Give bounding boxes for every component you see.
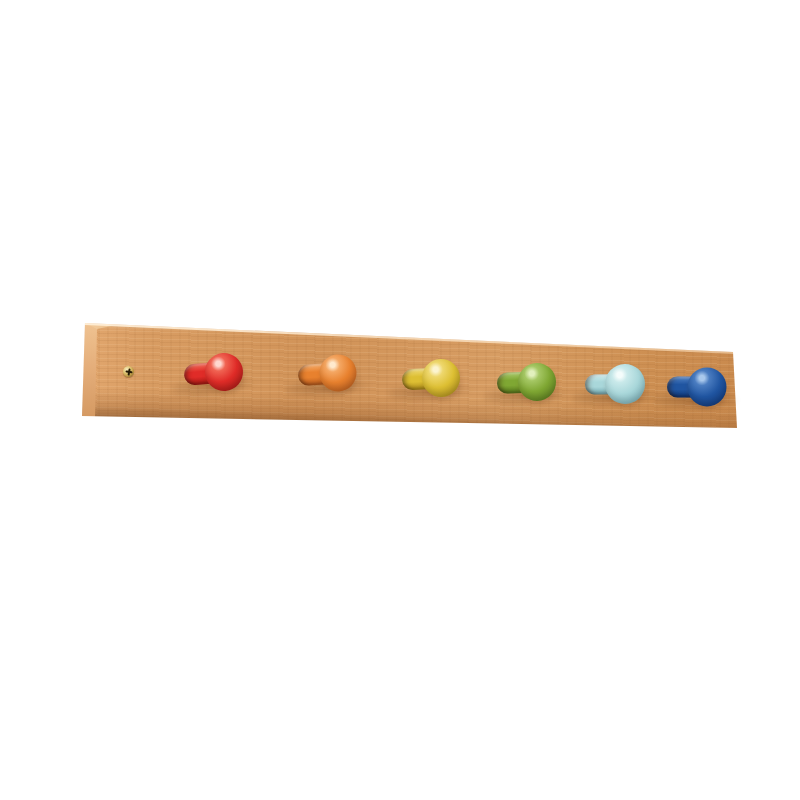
peg-ball <box>688 368 727 407</box>
product-photo <box>0 0 800 800</box>
pegs-layer <box>0 0 800 800</box>
